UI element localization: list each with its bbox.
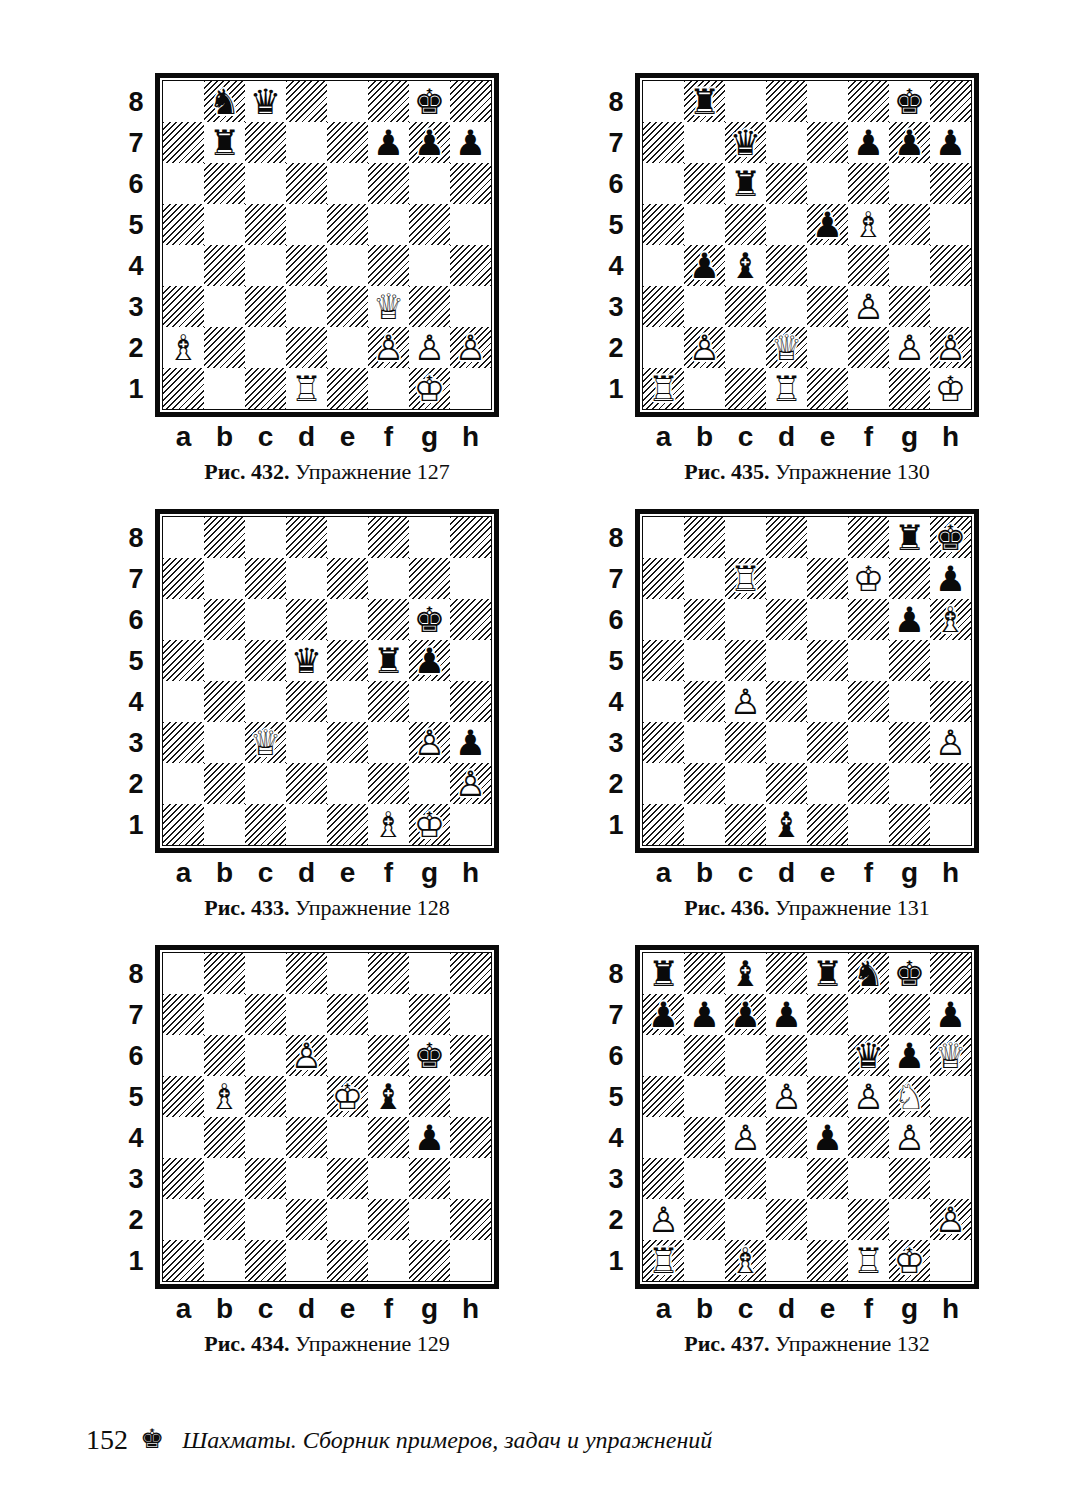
black-queen: ♛♛ xyxy=(848,1035,889,1076)
square-c1 xyxy=(725,368,766,409)
piece-glyph: ♙ xyxy=(848,286,889,327)
square-c1 xyxy=(245,368,286,409)
square-d2: ♛♕ xyxy=(766,327,807,368)
rank-label-2: 2 xyxy=(597,328,635,369)
piece-glyph: ♟ xyxy=(766,994,807,1035)
square-d6 xyxy=(766,163,807,204)
square-d7 xyxy=(286,558,327,599)
square-b1 xyxy=(204,804,245,845)
piece-glyph: ♚ xyxy=(930,517,971,558)
square-a1: ♜♖ xyxy=(643,368,684,409)
white-queen: ♛♕ xyxy=(368,286,409,327)
square-f6 xyxy=(848,163,889,204)
black-pawn: ♟♟ xyxy=(643,994,684,1035)
square-c4 xyxy=(245,681,286,722)
file-label-e: e xyxy=(807,421,848,453)
rank-label-1: 1 xyxy=(117,1241,155,1282)
square-e7 xyxy=(327,122,368,163)
square-h8 xyxy=(450,81,491,122)
piece-glyph: ♙ xyxy=(766,1076,807,1117)
book-page: 87654321 ♞♞♛♛♚♚♜♜♟♟♟♟♟♟♛♕♝♗♟♙♟♙♟♙♜♖♚♔ ab… xyxy=(0,0,1072,1357)
square-f4 xyxy=(368,1117,409,1158)
square-d1: ♜♖ xyxy=(286,368,327,409)
file-label-g: g xyxy=(409,1293,450,1325)
white-queen: ♛♕ xyxy=(766,327,807,368)
square-e6 xyxy=(807,1035,848,1076)
piece-glyph: ♖ xyxy=(848,1240,889,1281)
rank-labels: 87654321 xyxy=(597,73,635,417)
square-b3 xyxy=(204,722,245,763)
square-a4 xyxy=(643,681,684,722)
square-f5: ♝♝ xyxy=(368,1076,409,1117)
square-e2 xyxy=(807,327,848,368)
file-labels: abcdefgh xyxy=(643,1289,979,1329)
square-e3 xyxy=(327,722,368,763)
square-h3: ♟♟ xyxy=(450,722,491,763)
white-rook: ♜♖ xyxy=(766,368,807,409)
square-a4 xyxy=(163,1117,204,1158)
piece-glyph: ♘ xyxy=(889,1076,930,1117)
square-d6 xyxy=(286,163,327,204)
piece-glyph: ♜ xyxy=(684,81,725,122)
square-h8 xyxy=(450,953,491,994)
square-e2 xyxy=(807,1199,848,1240)
square-f1 xyxy=(848,368,889,409)
square-e8: ♜♜ xyxy=(807,953,848,994)
square-d7 xyxy=(766,122,807,163)
white-king: ♚♔ xyxy=(409,368,450,409)
square-c7 xyxy=(245,122,286,163)
square-f8 xyxy=(368,81,409,122)
square-a3 xyxy=(643,722,684,763)
file-label-d: d xyxy=(766,421,807,453)
square-a7: ♟♟ xyxy=(643,994,684,1035)
diagram-caption: Рис. 437. Упражнение 132 xyxy=(635,1331,979,1357)
square-c1 xyxy=(245,1240,286,1281)
board-wrap: 87654321 ♚♚♛♛♜♜♟♟♛♕♟♙♟♟♟♙♝♗♚♔ xyxy=(117,509,499,853)
square-h4 xyxy=(930,245,971,286)
exercise-label: Упражнение 128 xyxy=(295,895,450,920)
square-h6: ♛♕ xyxy=(930,1035,971,1076)
square-e2 xyxy=(327,763,368,804)
piece-glyph: ♙ xyxy=(930,327,971,368)
square-c6: ♜♜ xyxy=(725,163,766,204)
square-e7 xyxy=(807,558,848,599)
square-c3: ♛♕ xyxy=(245,722,286,763)
piece-glyph: ♟ xyxy=(725,994,766,1035)
black-rook: ♜♜ xyxy=(725,163,766,204)
piece-glyph: ♗ xyxy=(204,1076,245,1117)
board-wrap: 87654321 ♜♜♚♚♛♛♟♟♟♟♟♟♜♜♟♟♝♗♟♟♝♝♟♙♟♙♛♕♟♙♟… xyxy=(597,73,979,417)
square-a2 xyxy=(163,763,204,804)
piece-glyph: ♝ xyxy=(725,953,766,994)
square-e8 xyxy=(807,517,848,558)
black-pawn: ♟♟ xyxy=(766,994,807,1035)
chess-board-436: ♜♜♚♚♜♖♚♔♟♟♟♟♝♗♟♙♟♙♝♝ xyxy=(642,516,972,846)
square-a5 xyxy=(163,1076,204,1117)
square-b7: ♟♟ xyxy=(684,994,725,1035)
square-a5 xyxy=(643,640,684,681)
square-e5: ♟♟ xyxy=(807,204,848,245)
file-label-f: f xyxy=(368,1293,409,1325)
piece-glyph: ♜ xyxy=(368,640,409,681)
rank-labels: 87654321 xyxy=(597,945,635,1289)
square-d8 xyxy=(286,81,327,122)
black-king: ♚♚ xyxy=(930,517,971,558)
rank-label-2: 2 xyxy=(597,1200,635,1241)
black-king: ♚♚ xyxy=(409,599,450,640)
square-d3 xyxy=(286,286,327,327)
rank-label-1: 1 xyxy=(117,805,155,846)
square-f6 xyxy=(848,599,889,640)
rank-label-5: 5 xyxy=(117,205,155,246)
square-b7 xyxy=(684,122,725,163)
diagram-caption: Рис. 434. Упражнение 129 xyxy=(155,1331,499,1357)
diagram-437: 87654321 ♜♜♝♝♜♜♞♞♚♚♟♟♟♟♟♟♟♟♟♟♛♛♟♟♛♕♟♙♟♙♞… xyxy=(597,945,979,1357)
square-a7 xyxy=(643,122,684,163)
square-d6: ♟♙ xyxy=(286,1035,327,1076)
piece-glyph: ♔ xyxy=(409,368,450,409)
square-e6 xyxy=(327,1035,368,1076)
square-d1: ♝♝ xyxy=(766,804,807,845)
piece-glyph: ♚ xyxy=(409,81,450,122)
file-label-f: f xyxy=(848,857,889,889)
square-c5 xyxy=(245,204,286,245)
square-d8 xyxy=(286,953,327,994)
square-g5: ♞♘ xyxy=(889,1076,930,1117)
rank-label-8: 8 xyxy=(117,954,155,995)
book-title: Шахматы. Сборник примеров, задач и упраж… xyxy=(182,1427,712,1454)
square-d4 xyxy=(766,681,807,722)
square-a5 xyxy=(163,204,204,245)
rank-label-5: 5 xyxy=(597,1077,635,1118)
diagram-435: 87654321 ♜♜♚♚♛♛♟♟♟♟♟♟♜♜♟♟♝♗♟♟♝♝♟♙♟♙♛♕♟♙♟… xyxy=(597,73,979,485)
black-king: ♚♚ xyxy=(409,1035,450,1076)
file-label-g: g xyxy=(409,421,450,453)
square-e1 xyxy=(807,1240,848,1281)
file-label-b: b xyxy=(684,421,725,453)
board-frame: ♜♜♝♝♜♜♞♞♚♚♟♟♟♟♟♟♟♟♟♟♛♛♟♟♛♕♟♙♟♙♞♘♟♙♟♟♟♙♟♙… xyxy=(635,945,979,1289)
square-b4 xyxy=(204,1117,245,1158)
square-h1 xyxy=(930,804,971,845)
square-b3 xyxy=(684,722,725,763)
square-a4 xyxy=(163,681,204,722)
black-rook: ♜♜ xyxy=(643,953,684,994)
file-labels: abcdefgh xyxy=(163,1289,499,1329)
square-c1 xyxy=(725,804,766,845)
square-f7 xyxy=(848,994,889,1035)
square-a4 xyxy=(163,245,204,286)
rank-label-3: 3 xyxy=(597,723,635,764)
white-pawn: ♟♙ xyxy=(643,1199,684,1240)
square-b8 xyxy=(204,953,245,994)
piece-glyph: ♗ xyxy=(848,204,889,245)
file-label-e: e xyxy=(327,421,368,453)
square-b1 xyxy=(684,1240,725,1281)
black-pawn: ♟♟ xyxy=(930,122,971,163)
square-h5 xyxy=(450,640,491,681)
square-e4 xyxy=(327,1117,368,1158)
rank-label-5: 5 xyxy=(117,1077,155,1118)
rank-label-7: 7 xyxy=(117,995,155,1036)
square-b5 xyxy=(684,640,725,681)
file-label-d: d xyxy=(766,1293,807,1325)
white-pawn: ♟♙ xyxy=(889,1117,930,1158)
piece-glyph: ♝ xyxy=(766,804,807,845)
square-h2 xyxy=(450,1199,491,1240)
square-h6 xyxy=(450,1035,491,1076)
square-h7: ♟♟ xyxy=(930,558,971,599)
square-a2 xyxy=(643,327,684,368)
file-label-d: d xyxy=(286,857,327,889)
white-pawn: ♟♙ xyxy=(450,327,491,368)
square-a5 xyxy=(643,204,684,245)
square-h6 xyxy=(450,599,491,640)
file-label-b: b xyxy=(684,1293,725,1325)
square-g7 xyxy=(889,994,930,1035)
square-b7: ♜♜ xyxy=(204,122,245,163)
white-pawn: ♟♙ xyxy=(368,327,409,368)
black-pawn: ♟♟ xyxy=(807,204,848,245)
square-g7: ♟♟ xyxy=(409,122,450,163)
square-h5 xyxy=(930,204,971,245)
piece-glyph: ♗ xyxy=(725,1240,766,1281)
piece-glyph: ♚ xyxy=(409,1035,450,1076)
file-label-a: a xyxy=(643,421,684,453)
piece-glyph: ♟ xyxy=(409,1117,450,1158)
square-a6 xyxy=(163,1035,204,1076)
square-h7: ♟♟ xyxy=(450,122,491,163)
square-b6 xyxy=(684,1035,725,1076)
file-label-e: e xyxy=(327,1293,368,1325)
square-e3 xyxy=(327,1158,368,1199)
chess-board-435: ♜♜♚♚♛♛♟♟♟♟♟♟♜♜♟♟♝♗♟♟♝♝♟♙♟♙♛♕♟♙♟♙♜♖♜♖♚♔ xyxy=(642,80,972,410)
white-pawn: ♟♙ xyxy=(930,722,971,763)
square-h6 xyxy=(450,163,491,204)
file-label-g: g xyxy=(889,1293,930,1325)
square-a1 xyxy=(643,804,684,845)
square-d6 xyxy=(286,599,327,640)
square-h5 xyxy=(930,640,971,681)
piece-glyph: ♜ xyxy=(889,517,930,558)
square-e7 xyxy=(327,994,368,1035)
square-c5 xyxy=(245,1076,286,1117)
square-e3 xyxy=(807,722,848,763)
white-king: ♚♔ xyxy=(930,368,971,409)
black-pawn: ♟♟ xyxy=(684,994,725,1035)
square-g4: ♟♙ xyxy=(889,1117,930,1158)
square-a3 xyxy=(163,1158,204,1199)
square-d6 xyxy=(766,1035,807,1076)
square-a6 xyxy=(163,163,204,204)
square-f3 xyxy=(368,1158,409,1199)
square-g5 xyxy=(409,1076,450,1117)
piece-glyph: ♙ xyxy=(684,327,725,368)
piece-glyph: ♔ xyxy=(848,558,889,599)
square-b1 xyxy=(204,1240,245,1281)
square-a6 xyxy=(643,599,684,640)
rank-label-1: 1 xyxy=(597,369,635,410)
rank-label-4: 4 xyxy=(597,1118,635,1159)
rank-label-8: 8 xyxy=(597,82,635,123)
piece-glyph: ♟ xyxy=(409,640,450,681)
piece-glyph: ♟ xyxy=(807,1117,848,1158)
square-h5 xyxy=(930,1076,971,1117)
square-g3 xyxy=(889,722,930,763)
square-g2 xyxy=(889,1199,930,1240)
square-b6 xyxy=(204,1035,245,1076)
black-pawn: ♟♟ xyxy=(450,722,491,763)
square-f7: ♟♟ xyxy=(848,122,889,163)
file-label-c: c xyxy=(245,421,286,453)
square-a4 xyxy=(643,1117,684,1158)
diagram-433: 87654321 ♚♚♛♛♜♜♟♟♛♕♟♙♟♟♟♙♝♗♚♔ abcdefgh Р… xyxy=(117,509,499,921)
rank-label-8: 8 xyxy=(597,518,635,559)
file-label-h: h xyxy=(930,1293,971,1325)
square-h8 xyxy=(450,517,491,558)
piece-glyph: ♟ xyxy=(643,994,684,1035)
white-pawn: ♟♙ xyxy=(725,1117,766,1158)
square-b2 xyxy=(204,1199,245,1240)
file-label-c: c xyxy=(245,857,286,889)
square-g6 xyxy=(889,163,930,204)
square-h6: ♝♗ xyxy=(930,599,971,640)
rank-label-3: 3 xyxy=(117,287,155,328)
square-c8 xyxy=(725,517,766,558)
square-d4 xyxy=(766,1117,807,1158)
file-label-c: c xyxy=(725,421,766,453)
square-b5 xyxy=(204,640,245,681)
square-d5 xyxy=(766,204,807,245)
square-b3 xyxy=(204,286,245,327)
square-h4 xyxy=(450,681,491,722)
square-a2 xyxy=(643,763,684,804)
square-f6 xyxy=(368,163,409,204)
file-label-c: c xyxy=(245,1293,286,1325)
square-d4 xyxy=(286,681,327,722)
file-labels: abcdefgh xyxy=(163,853,499,893)
black-pawn: ♟♟ xyxy=(807,1117,848,1158)
square-h7 xyxy=(450,994,491,1035)
rank-label-4: 4 xyxy=(117,682,155,723)
square-g1: ♚♔ xyxy=(409,804,450,845)
rank-label-5: 5 xyxy=(597,641,635,682)
board-frame: ♜♜♚♚♜♖♚♔♟♟♟♟♝♗♟♙♟♙♝♝ xyxy=(635,509,979,853)
square-c2 xyxy=(725,763,766,804)
page-footer: 152 ♚ Шахматы. Сборник примеров, задач и… xyxy=(86,1424,712,1456)
piece-glyph: ♛ xyxy=(286,640,327,681)
white-bishop: ♝♗ xyxy=(930,599,971,640)
square-f8 xyxy=(368,517,409,558)
piece-glyph: ♛ xyxy=(725,122,766,163)
file-label-e: e xyxy=(807,1293,848,1325)
piece-glyph: ♙ xyxy=(889,1117,930,1158)
square-f5: ♟♙ xyxy=(848,1076,889,1117)
square-a6 xyxy=(643,163,684,204)
file-label-h: h xyxy=(930,421,971,453)
file-label-g: g xyxy=(889,857,930,889)
black-rook: ♜♜ xyxy=(889,517,930,558)
square-g6 xyxy=(409,163,450,204)
square-a8: ♜♜ xyxy=(643,953,684,994)
square-c4 xyxy=(245,1117,286,1158)
rank-label-6: 6 xyxy=(597,600,635,641)
square-h8 xyxy=(930,953,971,994)
piece-glyph: ♟ xyxy=(848,122,889,163)
piece-glyph: ♔ xyxy=(409,804,450,845)
square-a6 xyxy=(163,599,204,640)
square-b5 xyxy=(684,204,725,245)
square-d4 xyxy=(286,245,327,286)
square-b7 xyxy=(204,558,245,599)
square-b2 xyxy=(204,763,245,804)
square-c2 xyxy=(725,1199,766,1240)
white-bishop: ♝♗ xyxy=(163,327,204,368)
file-label-e: e xyxy=(327,857,368,889)
black-queen: ♛♛ xyxy=(286,640,327,681)
square-b4: ♟♟ xyxy=(684,245,725,286)
square-e1 xyxy=(327,804,368,845)
piece-glyph: ♜ xyxy=(643,953,684,994)
square-f1: ♝♗ xyxy=(368,804,409,845)
square-c8 xyxy=(245,953,286,994)
piece-glyph: ♙ xyxy=(725,1117,766,1158)
square-h1 xyxy=(450,804,491,845)
black-pawn: ♟♟ xyxy=(930,994,971,1035)
piece-glyph: ♙ xyxy=(368,327,409,368)
square-h2: ♟♙ xyxy=(930,1199,971,1240)
rank-label-4: 4 xyxy=(597,682,635,723)
rank-label-6: 6 xyxy=(117,1036,155,1077)
square-a8 xyxy=(643,81,684,122)
square-f3: ♟♙ xyxy=(848,286,889,327)
piece-glyph: ♕ xyxy=(245,722,286,763)
square-c4: ♟♙ xyxy=(725,681,766,722)
square-b8 xyxy=(204,517,245,558)
square-d8 xyxy=(766,953,807,994)
rank-label-1: 1 xyxy=(117,369,155,410)
rank-label-4: 4 xyxy=(597,246,635,287)
white-rook: ♜♖ xyxy=(643,1240,684,1281)
piece-glyph: ♟ xyxy=(450,122,491,163)
square-h5 xyxy=(450,1076,491,1117)
black-pawn: ♟♟ xyxy=(450,122,491,163)
figure-label: Рис. 433. xyxy=(204,895,289,920)
square-g1 xyxy=(409,1240,450,1281)
square-b2: ♟♙ xyxy=(684,327,725,368)
square-e5: ♚♔ xyxy=(327,1076,368,1117)
white-rook: ♜♖ xyxy=(643,368,684,409)
piece-glyph: ♟ xyxy=(368,122,409,163)
file-label-f: f xyxy=(368,421,409,453)
piece-glyph: ♜ xyxy=(725,163,766,204)
square-c3 xyxy=(245,1158,286,1199)
square-f1 xyxy=(368,368,409,409)
square-f7: ♚♔ xyxy=(848,558,889,599)
square-h1: ♚♔ xyxy=(930,368,971,409)
piece-glyph: ♜ xyxy=(807,953,848,994)
white-pawn: ♟♙ xyxy=(766,1076,807,1117)
rank-label-1: 1 xyxy=(597,1241,635,1282)
square-c7: ♛♛ xyxy=(725,122,766,163)
white-pawn: ♟♙ xyxy=(684,327,725,368)
white-pawn: ♟♙ xyxy=(450,763,491,804)
square-g8: ♜♜ xyxy=(889,517,930,558)
square-g1: ♚♔ xyxy=(889,1240,930,1281)
square-f3 xyxy=(368,722,409,763)
file-label-f: f xyxy=(848,1293,889,1325)
piece-glyph: ♙ xyxy=(889,327,930,368)
